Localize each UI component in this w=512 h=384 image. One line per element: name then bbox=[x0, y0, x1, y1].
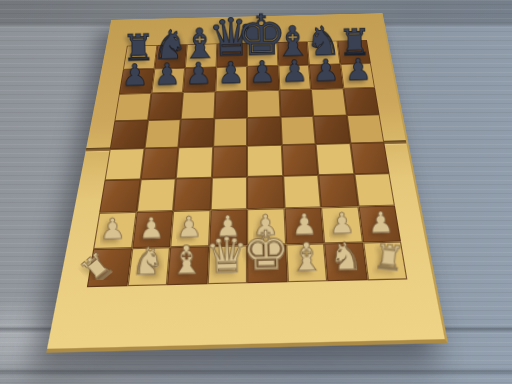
square-a3[interactable] bbox=[99, 179, 140, 213]
square-d4[interactable] bbox=[211, 146, 247, 177]
square-c3[interactable] bbox=[173, 177, 211, 211]
piece-black-pawn-c7[interactable]: ♟ bbox=[185, 60, 212, 89]
square-a4[interactable] bbox=[105, 148, 144, 179]
square-a1[interactable]: ♜ bbox=[87, 248, 132, 288]
square-c7[interactable]: ♟ bbox=[183, 67, 216, 93]
piece-black-pawn-h7[interactable]: ♟ bbox=[344, 56, 371, 85]
photo-stage: ♜♞♝♛♚♝♞♜♟♟♟♟♟♟♟♟♟♟♟♟♟♟♟♟♜♞♝♛♚♝♞♜ bbox=[0, 0, 512, 384]
square-b7[interactable]: ♟ bbox=[151, 68, 185, 94]
board-tilt-wrapper: ♜♞♝♛♚♝♞♜♟♟♟♟♟♟♟♟♟♟♟♟♟♟♟♟♜♞♝♛♚♝♞♜ bbox=[0, 0, 512, 384]
square-c4[interactable] bbox=[176, 147, 213, 178]
square-a5[interactable] bbox=[110, 120, 148, 149]
piece-white-pawn-a2[interactable]: ♟ bbox=[100, 215, 126, 243]
square-b6[interactable] bbox=[148, 92, 183, 119]
square-g5[interactable] bbox=[313, 115, 350, 144]
square-d3[interactable] bbox=[210, 176, 247, 210]
square-h7[interactable]: ♟ bbox=[340, 63, 375, 88]
square-f4[interactable] bbox=[281, 144, 318, 175]
square-b5[interactable] bbox=[144, 119, 181, 148]
square-h6[interactable] bbox=[343, 88, 379, 115]
piece-black-pawn-b7[interactable]: ♟ bbox=[153, 60, 180, 89]
piece-white-pawn-g2[interactable]: ♟ bbox=[329, 210, 355, 238]
chess-board: ♜♞♝♛♚♝♞♜♟♟♟♟♟♟♟♟♟♟♟♟♟♟♟♟♜♞♝♛♚♝♞♜ bbox=[46, 13, 448, 353]
piece-white-pawn-b2[interactable]: ♟ bbox=[138, 214, 164, 242]
piece-white-queen-d1[interactable]: ♛ bbox=[204, 231, 249, 279]
square-e3[interactable] bbox=[247, 175, 284, 209]
square-a6[interactable] bbox=[114, 93, 150, 120]
square-f6[interactable] bbox=[279, 89, 313, 116]
square-c5[interactable] bbox=[178, 118, 213, 147]
square-c6[interactable] bbox=[181, 92, 215, 119]
square-f5[interactable] bbox=[280, 116, 316, 145]
square-g6[interactable] bbox=[311, 89, 346, 116]
square-e1[interactable]: ♚ bbox=[247, 244, 287, 283]
piece-black-pawn-d7[interactable]: ♟ bbox=[217, 59, 244, 88]
square-g3[interactable] bbox=[318, 174, 358, 208]
board-grid: ♜♞♝♛♚♝♞♜♟♟♟♟♟♟♟♟♟♟♟♟♟♟♟♟♜♞♝♛♚♝♞♜ bbox=[87, 40, 408, 287]
square-f7[interactable]: ♟ bbox=[278, 65, 311, 91]
square-h1[interactable]: ♜ bbox=[362, 241, 407, 280]
piece-white-bishop-c1[interactable]: ♝ bbox=[169, 242, 205, 280]
square-d1[interactable]: ♛ bbox=[207, 245, 247, 285]
square-e6[interactable] bbox=[247, 90, 280, 117]
piece-black-pawn-e7[interactable]: ♟ bbox=[249, 58, 276, 87]
piece-black-pawn-g7[interactable]: ♟ bbox=[313, 57, 340, 86]
piece-black-pawn-f7[interactable]: ♟ bbox=[281, 57, 308, 86]
square-e5[interactable] bbox=[247, 117, 281, 146]
piece-white-pawn-h2[interactable]: ♟ bbox=[367, 209, 393, 237]
square-b3[interactable] bbox=[136, 178, 176, 212]
piece-white-rook-h1[interactable]: ♜ bbox=[371, 240, 405, 276]
square-g1[interactable]: ♞ bbox=[324, 242, 367, 281]
square-h5[interactable] bbox=[346, 114, 384, 143]
square-b4[interactable] bbox=[140, 147, 178, 178]
square-b1[interactable]: ♞ bbox=[127, 247, 170, 287]
square-e4[interactable] bbox=[247, 145, 283, 176]
piece-black-pawn-a7[interactable]: ♟ bbox=[121, 61, 148, 90]
square-e7[interactable]: ♟ bbox=[247, 65, 279, 91]
perspective-wrapper: ♜♞♝♛♚♝♞♜♟♟♟♟♟♟♟♟♟♟♟♟♟♟♟♟♜♞♝♛♚♝♞♜ bbox=[81, 0, 414, 339]
square-d5[interactable] bbox=[213, 117, 247, 146]
square-d7[interactable]: ♟ bbox=[215, 66, 247, 92]
piece-white-bishop-f1[interactable]: ♝ bbox=[289, 239, 325, 277]
square-d6[interactable] bbox=[214, 91, 247, 118]
piece-white-knight-b1[interactable]: ♞ bbox=[130, 244, 165, 281]
square-g4[interactable] bbox=[316, 143, 354, 174]
square-f1[interactable]: ♝ bbox=[286, 243, 328, 282]
square-h3[interactable] bbox=[354, 173, 395, 207]
square-a7[interactable]: ♟ bbox=[119, 68, 154, 94]
piece-white-rook-a1[interactable]: ♜ bbox=[75, 246, 119, 290]
square-h4[interactable] bbox=[350, 142, 389, 173]
square-f3[interactable] bbox=[283, 175, 321, 209]
square-g7[interactable]: ♟ bbox=[309, 64, 343, 89]
board-surface: ♜♞♝♛♚♝♞♜♟♟♟♟♟♟♟♟♟♟♟♟♟♟♟♟♜♞♝♛♚♝♞♜ bbox=[46, 13, 448, 353]
piece-white-knight-g1[interactable]: ♞ bbox=[329, 239, 364, 276]
square-c1[interactable]: ♝ bbox=[167, 246, 209, 286]
